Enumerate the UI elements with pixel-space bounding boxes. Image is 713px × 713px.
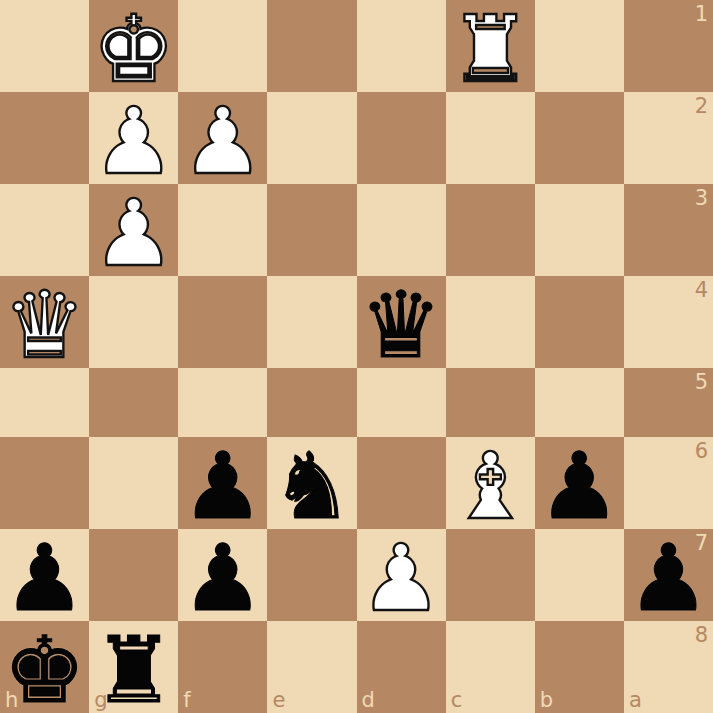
square-a8[interactable]: 8a bbox=[624, 621, 713, 713]
square-e3[interactable] bbox=[267, 184, 356, 276]
square-h4[interactable]: ♛ bbox=[0, 276, 89, 368]
white-bishop[interactable]: ♝ bbox=[449, 441, 531, 533]
square-f7[interactable]: ♟ bbox=[178, 529, 267, 621]
file-label-b: b bbox=[540, 690, 553, 711]
square-b7[interactable] bbox=[535, 529, 624, 621]
square-b6[interactable]: ♟ bbox=[535, 437, 624, 529]
file-label-g: g bbox=[94, 690, 107, 711]
square-f5[interactable] bbox=[178, 368, 267, 437]
rank-label-4: 4 bbox=[695, 280, 708, 301]
square-b5[interactable] bbox=[535, 368, 624, 437]
white-queen[interactable]: ♛ bbox=[3, 280, 85, 372]
square-a5[interactable]: 5 bbox=[624, 368, 713, 437]
file-label-h: h bbox=[5, 690, 18, 711]
square-f2[interactable]: ♟ bbox=[178, 92, 267, 184]
square-d1[interactable] bbox=[357, 0, 446, 92]
square-a6[interactable]: 6 bbox=[624, 437, 713, 529]
white-pawn[interactable]: ♟ bbox=[360, 533, 442, 625]
square-g7[interactable] bbox=[89, 529, 178, 621]
square-d3[interactable] bbox=[357, 184, 446, 276]
square-h8[interactable]: ♚h bbox=[0, 621, 89, 713]
rank-label-1: 1 bbox=[695, 4, 708, 25]
square-d6[interactable] bbox=[357, 437, 446, 529]
square-e6[interactable]: ♞ bbox=[267, 437, 356, 529]
square-g5[interactable] bbox=[89, 368, 178, 437]
black-pawn[interactable]: ♟ bbox=[3, 533, 85, 625]
rank-label-6: 6 bbox=[695, 441, 708, 462]
square-f8[interactable]: f bbox=[178, 621, 267, 713]
file-label-a: a bbox=[629, 690, 642, 711]
square-g3[interactable]: ♟ bbox=[89, 184, 178, 276]
square-g8[interactable]: ♜g bbox=[89, 621, 178, 713]
square-f6[interactable]: ♟ bbox=[178, 437, 267, 529]
file-label-e: e bbox=[272, 690, 285, 711]
square-g6[interactable] bbox=[89, 437, 178, 529]
file-label-f: f bbox=[183, 690, 190, 711]
square-f4[interactable] bbox=[178, 276, 267, 368]
square-c5[interactable] bbox=[446, 368, 535, 437]
square-g2[interactable]: ♟ bbox=[89, 92, 178, 184]
square-c6[interactable]: ♝ bbox=[446, 437, 535, 529]
square-d2[interactable] bbox=[357, 92, 446, 184]
square-c4[interactable] bbox=[446, 276, 535, 368]
square-d7[interactable]: ♟ bbox=[357, 529, 446, 621]
square-c7[interactable] bbox=[446, 529, 535, 621]
square-c3[interactable] bbox=[446, 184, 535, 276]
rank-label-8: 8 bbox=[695, 625, 708, 646]
square-b3[interactable] bbox=[535, 184, 624, 276]
rank-label-5: 5 bbox=[695, 372, 708, 393]
white-pawn[interactable]: ♟ bbox=[92, 96, 174, 188]
square-c2[interactable] bbox=[446, 92, 535, 184]
square-b2[interactable] bbox=[535, 92, 624, 184]
square-d8[interactable]: d bbox=[357, 621, 446, 713]
rank-label-7: 7 bbox=[695, 533, 708, 554]
white-king[interactable]: ♚ bbox=[92, 4, 174, 96]
square-e5[interactable] bbox=[267, 368, 356, 437]
black-pawn[interactable]: ♟ bbox=[538, 441, 620, 533]
square-h7[interactable]: ♟ bbox=[0, 529, 89, 621]
square-a1[interactable]: 1 bbox=[624, 0, 713, 92]
file-label-c: c bbox=[451, 690, 463, 711]
square-e2[interactable] bbox=[267, 92, 356, 184]
square-g4[interactable] bbox=[89, 276, 178, 368]
square-b1[interactable] bbox=[535, 0, 624, 92]
chess-board: ♚♜1♟♟2♟3♛♛45♟♞♝♟6♟♟♟♟7♚h♜gfedcb8a bbox=[0, 0, 713, 713]
square-e8[interactable]: e bbox=[267, 621, 356, 713]
square-e4[interactable] bbox=[267, 276, 356, 368]
black-pawn[interactable]: ♟ bbox=[182, 533, 264, 625]
black-queen[interactable]: ♛ bbox=[360, 280, 442, 372]
white-pawn[interactable]: ♟ bbox=[182, 96, 264, 188]
square-b4[interactable] bbox=[535, 276, 624, 368]
chess-board-wrapper: ♚♜1♟♟2♟3♛♛45♟♞♝♟6♟♟♟♟7♚h♜gfedcb8a bbox=[0, 0, 713, 713]
white-rook[interactable]: ♜ bbox=[449, 4, 531, 96]
square-b8[interactable]: b bbox=[535, 621, 624, 713]
square-a3[interactable]: 3 bbox=[624, 184, 713, 276]
square-f1[interactable] bbox=[178, 0, 267, 92]
square-h3[interactable] bbox=[0, 184, 89, 276]
square-c8[interactable]: c bbox=[446, 621, 535, 713]
square-a2[interactable]: 2 bbox=[624, 92, 713, 184]
black-knight[interactable]: ♞ bbox=[271, 441, 353, 533]
square-h6[interactable] bbox=[0, 437, 89, 529]
square-h5[interactable] bbox=[0, 368, 89, 437]
square-c1[interactable]: ♜ bbox=[446, 0, 535, 92]
square-a4[interactable]: 4 bbox=[624, 276, 713, 368]
square-f3[interactable] bbox=[178, 184, 267, 276]
white-pawn[interactable]: ♟ bbox=[92, 188, 174, 280]
square-h1[interactable] bbox=[0, 0, 89, 92]
square-e7[interactable] bbox=[267, 529, 356, 621]
square-g1[interactable]: ♚ bbox=[89, 0, 178, 92]
square-h2[interactable] bbox=[0, 92, 89, 184]
rank-label-2: 2 bbox=[695, 96, 708, 117]
square-e1[interactable] bbox=[267, 0, 356, 92]
square-a7[interactable]: ♟7 bbox=[624, 529, 713, 621]
rank-label-3: 3 bbox=[695, 188, 708, 209]
black-pawn[interactable]: ♟ bbox=[182, 441, 264, 533]
file-label-d: d bbox=[362, 690, 375, 711]
square-d4[interactable]: ♛ bbox=[357, 276, 446, 368]
square-d5[interactable] bbox=[357, 368, 446, 437]
